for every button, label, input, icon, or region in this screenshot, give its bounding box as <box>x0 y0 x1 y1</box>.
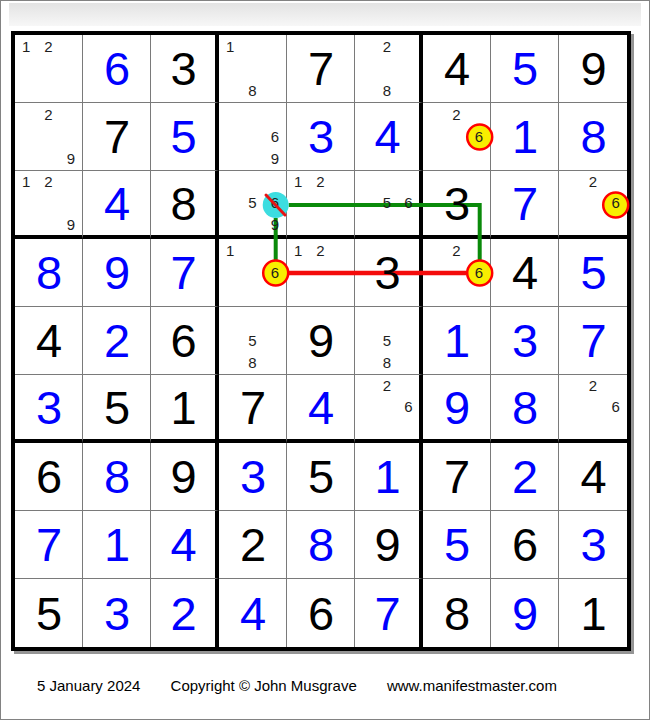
pencil-digit[interactable]: 6 <box>604 192 627 213</box>
cell-r6c7[interactable]: 9 <box>423 375 491 443</box>
cell-value: 8 <box>308 521 333 568</box>
pencil-digit[interactable]: 9 <box>264 148 286 170</box>
cell-r8c4[interactable]: 2 <box>219 511 287 579</box>
pencil-digit[interactable]: 2 <box>445 103 467 125</box>
cell-value: 9 <box>512 590 537 637</box>
cell-r8c1[interactable]: 7 <box>15 511 83 579</box>
cell-value: 7 <box>374 590 399 637</box>
cell-r2c3[interactable]: 5 <box>151 103 219 171</box>
footer-website: www.manifestmaster.com <box>387 677 557 694</box>
cell-r2c1[interactable]: 29 <box>15 103 83 171</box>
cell-r9c3[interactable]: 2 <box>151 579 219 647</box>
cell-r5c9[interactable]: 7 <box>559 307 627 375</box>
cell-r8c6[interactable]: 9 <box>355 511 423 579</box>
cell-value: 2 <box>170 590 195 637</box>
cell-value: 8 <box>36 249 61 296</box>
cell-value: 4 <box>170 521 195 568</box>
cell-value: 7 <box>170 249 195 296</box>
cell-r9c5[interactable]: 6 <box>287 579 355 647</box>
cell-r1c1[interactable]: 12 <box>15 35 83 103</box>
pencil-digit[interactable]: 9 <box>60 148 82 170</box>
cell-r6c6[interactable]: 26 <box>355 375 423 443</box>
cell-r6c5[interactable]: 4 <box>287 375 355 443</box>
cell-value: 2 <box>240 521 265 568</box>
cell-r1c7[interactable]: 4 <box>423 35 491 103</box>
cell-value: 5 <box>512 45 537 92</box>
footer: 5 January 2024 Copyright © John Musgrave… <box>37 677 557 694</box>
cell-value: 2 <box>512 453 537 500</box>
cell-r5c2[interactable]: 2 <box>83 307 151 375</box>
cell-value: 3 <box>170 45 195 92</box>
cell-r1c4[interactable]: 18 <box>219 35 287 103</box>
pencil-digit[interactable]: 6 <box>264 125 286 147</box>
cell-value: 1 <box>104 521 129 568</box>
pencil-digit[interactable]: 6 <box>398 192 419 213</box>
cell-r5c8[interactable]: 3 <box>491 307 559 375</box>
pencil-digit[interactable]: 2 <box>309 239 331 261</box>
cell-r3c6[interactable]: 56 <box>355 171 423 239</box>
cell-r3c5[interactable]: 12 <box>287 171 355 239</box>
pencil-grid: 58 <box>355 307 419 374</box>
cell-r7c4[interactable]: 3 <box>219 443 287 511</box>
pencil-digit[interactable]: 1 <box>15 171 37 192</box>
cell-r8c3[interactable]: 4 <box>151 511 219 579</box>
cell-r3c8[interactable]: 7 <box>491 171 559 239</box>
cell-r8c7[interactable]: 5 <box>423 511 491 579</box>
cell-value: 5 <box>308 453 333 500</box>
cell-value: 4 <box>36 317 61 364</box>
pencil-digit[interactable]: 2 <box>37 103 59 125</box>
cell-value: 9 <box>308 317 333 364</box>
pencil-grid: 26 <box>559 375 627 439</box>
cell-value: 1 <box>170 384 195 431</box>
cell-r4c4[interactable]: 16 <box>219 239 287 307</box>
pencil-grid: 16 <box>219 239 286 306</box>
cell-r6c8[interactable]: 8 <box>491 375 559 443</box>
cell-value: 5 <box>36 590 61 637</box>
pencil-digit[interactable]: 8 <box>241 352 263 374</box>
pencil-digit[interactable]: 9 <box>60 214 82 235</box>
cell-r2c8[interactable]: 1 <box>491 103 559 171</box>
cell-r7c8[interactable]: 2 <box>491 443 559 511</box>
cell-r1c5[interactable]: 7 <box>287 35 355 103</box>
cell-value: 6 <box>104 45 129 92</box>
pencil-digit[interactable]: 6 <box>398 396 419 417</box>
footer-date: 5 January 2024 <box>37 677 140 694</box>
cell-value: 7 <box>580 317 605 364</box>
pencil-digit[interactable]: 6 <box>468 261 490 283</box>
cell-r5c3[interactable]: 6 <box>151 307 219 375</box>
pencil-digit[interactable]: 6 <box>264 261 286 283</box>
cell-r9c6[interactable]: 7 <box>355 579 423 647</box>
cell-r5c7[interactable]: 1 <box>423 307 491 375</box>
cell-value: 6 <box>36 453 61 500</box>
cell-value: 4 <box>444 45 469 92</box>
cell-r9c1[interactable]: 5 <box>15 579 83 647</box>
pencil-digit[interactable]: 2 <box>582 171 605 192</box>
cell-r7c6[interactable]: 1 <box>355 443 423 511</box>
cell-r1c2[interactable]: 6 <box>83 35 151 103</box>
pencil-digit[interactable]: 6 <box>468 125 490 147</box>
cell-r6c2[interactable]: 5 <box>83 375 151 443</box>
sudoku-grid: 1263187284592975693426181294856912563726… <box>15 35 627 647</box>
cell-value: 4 <box>512 249 537 296</box>
cell-r3c9[interactable]: 26 <box>559 171 627 239</box>
cell-value: 7 <box>308 45 333 92</box>
cell-value: 7 <box>36 521 61 568</box>
cell-r1c3[interactable]: 3 <box>151 35 219 103</box>
cell-value: 1 <box>580 590 605 637</box>
pencil-grid: 29 <box>15 103 82 170</box>
cell-r9c4[interactable]: 4 <box>219 579 287 647</box>
cell-r2c4[interactable]: 69 <box>219 103 287 171</box>
titlebar <box>9 3 641 26</box>
pencil-digit[interactable]: 1 <box>287 239 309 261</box>
cell-r5c1[interactable]: 4 <box>15 307 83 375</box>
cell-r7c7[interactable]: 7 <box>423 443 491 511</box>
cell-r4c8[interactable]: 4 <box>491 239 559 307</box>
cell-value: 8 <box>170 180 195 227</box>
cell-value: 6 <box>170 317 195 364</box>
cell-r4c2[interactable]: 9 <box>83 239 151 307</box>
cell-value: 4 <box>240 590 265 637</box>
cell-r3c3[interactable]: 8 <box>151 171 219 239</box>
cell-r1c6[interactable]: 28 <box>355 35 423 103</box>
pencil-grid: 26 <box>355 375 419 439</box>
cell-value: 7 <box>104 113 129 160</box>
cell-value: 4 <box>308 384 333 431</box>
cell-r7c2[interactable]: 8 <box>83 443 151 511</box>
cell-r1c9[interactable]: 9 <box>559 35 627 103</box>
cell-value: 3 <box>374 249 399 296</box>
pencil-grid: 569 <box>219 171 286 235</box>
cell-value: 4 <box>580 453 605 500</box>
cell-value: 8 <box>104 453 129 500</box>
cell-r8c9[interactable]: 3 <box>559 511 627 579</box>
pencil-digit[interactable]: 5 <box>376 192 397 213</box>
pencil-grid: 26 <box>423 103 490 170</box>
cell-r3c1[interactable]: 129 <box>15 171 83 239</box>
pencil-digit[interactable]: 2 <box>376 375 397 396</box>
pencil-grid: 18 <box>219 35 286 102</box>
cell-value: 3 <box>444 180 469 227</box>
pencil-digit[interactable]: 1 <box>287 171 309 192</box>
cell-r4c5[interactable]: 12 <box>287 239 355 307</box>
cell-r8c5[interactable]: 8 <box>287 511 355 579</box>
cell-r1c8[interactable]: 5 <box>491 35 559 103</box>
pencil-digit[interactable]: 6 <box>604 396 627 417</box>
cell-r2c2[interactable]: 7 <box>83 103 151 171</box>
cell-value: 3 <box>580 521 605 568</box>
cell-r4c9[interactable]: 5 <box>559 239 627 307</box>
cell-value: 3 <box>104 590 129 637</box>
pencil-digit[interactable]: 6 <box>264 192 286 213</box>
pencil-digit[interactable]: 1 <box>15 35 37 57</box>
cell-r2c6[interactable]: 4 <box>355 103 423 171</box>
cell-r4c7[interactable]: 26 <box>423 239 491 307</box>
cell-value: 8 <box>444 590 469 637</box>
cell-r6c4[interactable]: 7 <box>219 375 287 443</box>
pencil-digit[interactable]: 1 <box>219 35 241 57</box>
cell-r4c6[interactable]: 3 <box>355 239 423 307</box>
cell-value: 9 <box>580 45 605 92</box>
pencil-grid: 28 <box>355 35 419 102</box>
pencil-digit[interactable]: 5 <box>241 329 263 351</box>
pencil-digit[interactable]: 2 <box>37 171 59 192</box>
pencil-digit[interactable]: 2 <box>37 35 59 57</box>
cell-value: 5 <box>170 113 195 160</box>
pencil-grid: 26 <box>559 171 627 235</box>
pencil-digit[interactable]: 2 <box>582 375 605 396</box>
pencil-digit[interactable]: 1 <box>219 239 241 261</box>
cell-value: 9 <box>444 384 469 431</box>
pencil-digit[interactable]: 8 <box>376 80 397 102</box>
cell-r8c2[interactable]: 1 <box>83 511 151 579</box>
pencil-digit[interactable]: 5 <box>376 329 397 351</box>
cell-value: 1 <box>444 317 469 364</box>
cell-value: 7 <box>240 384 265 431</box>
cell-value: 4 <box>374 113 399 160</box>
pencil-grid: 26 <box>423 239 490 306</box>
pencil-digit[interactable]: 2 <box>309 171 331 192</box>
cell-r7c9[interactable]: 4 <box>559 443 627 511</box>
cell-r5c4[interactable]: 58 <box>219 307 287 375</box>
cell-r5c6[interactable]: 58 <box>355 307 423 375</box>
cell-value: 5 <box>444 521 469 568</box>
cell-r9c2[interactable]: 3 <box>83 579 151 647</box>
cell-r4c3[interactable]: 7 <box>151 239 219 307</box>
pencil-grid: 12 <box>15 35 82 102</box>
pencil-grid: 69 <box>219 103 286 170</box>
cell-value: 8 <box>512 384 537 431</box>
sudoku-board: 1263187284592975693426181294856912563726… <box>11 31 631 651</box>
cell-r7c1[interactable]: 6 <box>15 443 83 511</box>
pencil-digit[interactable]: 8 <box>241 80 263 102</box>
cell-r9c7[interactable]: 8 <box>423 579 491 647</box>
cell-value: 3 <box>308 113 333 160</box>
cell-r8c8[interactable]: 6 <box>491 511 559 579</box>
cell-r2c5[interactable]: 3 <box>287 103 355 171</box>
cell-value: 2 <box>104 317 129 364</box>
cell-value: 5 <box>104 384 129 431</box>
cell-r9c8[interactable]: 9 <box>491 579 559 647</box>
cell-value: 9 <box>104 249 129 296</box>
cell-value: 1 <box>374 453 399 500</box>
cell-r6c3[interactable]: 1 <box>151 375 219 443</box>
cell-r2c7[interactable]: 26 <box>423 103 491 171</box>
cell-r2c9[interactable]: 8 <box>559 103 627 171</box>
cell-value: 6 <box>512 521 537 568</box>
pencil-digit[interactable]: 2 <box>376 35 397 57</box>
cell-r3c2[interactable]: 4 <box>83 171 151 239</box>
pencil-grid: 58 <box>219 307 286 374</box>
app-window: 1263187284592975693426181294856912563726… <box>0 0 650 720</box>
cell-r5c5[interactable]: 9 <box>287 307 355 375</box>
cell-value: 9 <box>374 521 399 568</box>
cell-value: 3 <box>512 317 537 364</box>
pencil-digit[interactable]: 8 <box>376 352 397 374</box>
cell-value: 5 <box>580 249 605 296</box>
footer-copyright: Copyright © John Musgrave <box>171 677 357 694</box>
pencil-grid: 129 <box>15 171 82 235</box>
pencil-digit[interactable]: 5 <box>241 192 263 213</box>
cell-r3c7[interactable]: 3 <box>423 171 491 239</box>
pencil-grid: 12 <box>287 171 354 235</box>
cell-r7c3[interactable]: 9 <box>151 443 219 511</box>
cell-r3c4[interactable]: 569 <box>219 171 287 239</box>
pencil-digit[interactable]: 2 <box>445 239 467 261</box>
cell-r7c5[interactable]: 5 <box>287 443 355 511</box>
cell-value: 9 <box>170 453 195 500</box>
cell-value: 7 <box>512 180 537 227</box>
cell-value: 8 <box>580 113 605 160</box>
cell-value: 4 <box>104 180 129 227</box>
cell-r6c9[interactable]: 26 <box>559 375 627 443</box>
cell-value: 3 <box>36 384 61 431</box>
cell-r6c1[interactable]: 3 <box>15 375 83 443</box>
pencil-grid: 12 <box>287 239 354 306</box>
cell-value: 7 <box>444 453 469 500</box>
cell-r9c9[interactable]: 1 <box>559 579 627 647</box>
pencil-digit[interactable]: 9 <box>264 214 286 235</box>
pencil-grid: 56 <box>355 171 419 235</box>
cell-r4c1[interactable]: 8 <box>15 239 83 307</box>
cell-value: 1 <box>512 113 537 160</box>
cell-value: 3 <box>240 453 265 500</box>
cell-value: 6 <box>308 590 333 637</box>
